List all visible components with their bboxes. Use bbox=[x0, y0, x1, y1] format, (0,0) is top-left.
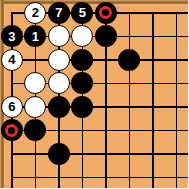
move-number: 4 bbox=[8, 53, 15, 66]
grid-line-v bbox=[152, 48, 154, 72]
intersection[interactable] bbox=[118, 166, 142, 189]
grid-line-v bbox=[58, 166, 60, 189]
grid-line-v bbox=[11, 12, 13, 25]
intersection[interactable] bbox=[141, 119, 165, 143]
grid-line-v bbox=[176, 25, 178, 49]
intersection[interactable] bbox=[141, 25, 165, 49]
grid-line-v bbox=[152, 142, 154, 166]
black-stone bbox=[24, 119, 46, 141]
move-number: 6 bbox=[8, 100, 15, 113]
grid-line-v bbox=[105, 142, 107, 166]
intersection[interactable] bbox=[141, 142, 165, 166]
intersection[interactable] bbox=[24, 48, 48, 72]
black-stone bbox=[95, 25, 117, 47]
grid-line-v bbox=[35, 48, 37, 72]
intersection[interactable] bbox=[71, 142, 95, 166]
grid-line-v bbox=[176, 72, 178, 96]
white-stone bbox=[48, 72, 70, 94]
white-stone bbox=[48, 49, 70, 71]
intersection[interactable] bbox=[24, 142, 48, 166]
grid-line-v bbox=[82, 119, 84, 143]
grid-line-v bbox=[58, 119, 60, 143]
grid-line-v bbox=[11, 166, 13, 189]
intersection[interactable] bbox=[0, 166, 24, 189]
circle-marker-icon bbox=[99, 6, 112, 19]
grid-line-v bbox=[105, 95, 107, 119]
intersection[interactable] bbox=[47, 48, 71, 72]
grid-line-v bbox=[35, 142, 37, 166]
intersection[interactable] bbox=[141, 166, 165, 189]
black-stone bbox=[48, 143, 70, 165]
move-number: 7 bbox=[55, 6, 62, 19]
grid-line-v bbox=[176, 12, 178, 25]
intersection[interactable] bbox=[118, 95, 142, 119]
grid-line-v bbox=[105, 166, 107, 189]
move-number: 3 bbox=[8, 30, 15, 43]
intersection[interactable]: 4 bbox=[0, 48, 24, 72]
intersection[interactable] bbox=[165, 25, 189, 49]
intersection[interactable] bbox=[94, 166, 118, 189]
grid-line-v bbox=[82, 142, 84, 166]
grid-line-v bbox=[129, 95, 131, 119]
intersection[interactable] bbox=[141, 95, 165, 119]
grid-line-v bbox=[129, 142, 131, 166]
black-stone bbox=[71, 96, 93, 118]
white-stone: 4 bbox=[1, 49, 23, 71]
intersection[interactable]: 1 bbox=[24, 25, 48, 49]
grid-line-h bbox=[11, 177, 24, 179]
black-stone: 7 bbox=[48, 2, 70, 24]
intersection[interactable] bbox=[24, 72, 48, 96]
intersection[interactable] bbox=[0, 119, 24, 143]
intersection[interactable] bbox=[118, 72, 142, 96]
grid-line-v bbox=[105, 48, 107, 72]
intersection[interactable] bbox=[118, 25, 142, 49]
intersection[interactable] bbox=[47, 72, 71, 96]
grid-line-v bbox=[129, 119, 131, 143]
intersection[interactable] bbox=[94, 25, 118, 49]
grid-line-v bbox=[105, 119, 107, 143]
intersection[interactable] bbox=[0, 142, 24, 166]
grid-line-v bbox=[129, 25, 131, 49]
circle-marker-icon bbox=[5, 124, 18, 137]
grid-line-v bbox=[11, 142, 13, 166]
black-stone bbox=[48, 96, 70, 118]
black-stone bbox=[71, 72, 93, 94]
intersection[interactable] bbox=[24, 119, 48, 143]
grid-line-v bbox=[176, 119, 178, 143]
intersection[interactable] bbox=[165, 119, 189, 143]
intersection[interactable] bbox=[165, 72, 189, 96]
grid-line-v bbox=[82, 166, 84, 189]
grid-line-v bbox=[152, 12, 154, 25]
grid-line-v bbox=[129, 166, 131, 189]
intersection[interactable] bbox=[47, 119, 71, 143]
grid-line-v bbox=[176, 95, 178, 119]
white-stone: 2 bbox=[24, 2, 46, 24]
go-board: 2753146 bbox=[0, 1, 188, 188]
intersection[interactable]: 3 bbox=[0, 25, 24, 49]
intersection[interactable] bbox=[141, 48, 165, 72]
grid-line-v bbox=[152, 25, 154, 49]
grid-line-h bbox=[11, 83, 24, 85]
intersection[interactable] bbox=[24, 166, 48, 189]
intersection[interactable] bbox=[118, 48, 142, 72]
grid-line-v bbox=[152, 72, 154, 96]
intersection[interactable] bbox=[165, 1, 189, 25]
go-diagram: 2753146 bbox=[0, 0, 188, 188]
grid-line-v bbox=[11, 72, 13, 96]
intersection[interactable]: 7 bbox=[47, 1, 71, 25]
white-stone bbox=[24, 72, 46, 94]
grid-line-v bbox=[105, 72, 107, 96]
intersection[interactable] bbox=[94, 142, 118, 166]
intersection[interactable] bbox=[0, 72, 24, 96]
move-number: 1 bbox=[32, 30, 39, 43]
grid-line-v bbox=[152, 119, 154, 143]
intersection[interactable] bbox=[94, 72, 118, 96]
black-stone bbox=[118, 49, 140, 71]
move-number: 2 bbox=[32, 6, 39, 19]
intersection[interactable]: 6 bbox=[0, 95, 24, 119]
grid-line-v bbox=[176, 142, 178, 166]
intersection[interactable] bbox=[94, 95, 118, 119]
white-stone bbox=[71, 25, 93, 47]
black-stone bbox=[95, 2, 117, 24]
black-stone bbox=[1, 119, 23, 141]
intersection[interactable] bbox=[165, 48, 189, 72]
move-number: 5 bbox=[79, 6, 86, 19]
grid-line-v bbox=[152, 95, 154, 119]
intersection[interactable]: 5 bbox=[71, 1, 95, 25]
intersection[interactable] bbox=[141, 1, 165, 25]
grid-line-v bbox=[129, 12, 131, 25]
intersection[interactable] bbox=[47, 25, 71, 49]
black-stone: 3 bbox=[1, 25, 23, 47]
intersection[interactable] bbox=[94, 48, 118, 72]
grid-line-v bbox=[152, 166, 154, 189]
grid-line-v bbox=[176, 166, 178, 189]
intersection[interactable] bbox=[24, 95, 48, 119]
intersection[interactable] bbox=[165, 166, 189, 189]
white-stone bbox=[48, 25, 70, 47]
black-stone bbox=[71, 49, 93, 71]
intersection[interactable] bbox=[94, 1, 118, 25]
white-stone bbox=[24, 96, 46, 118]
intersection[interactable] bbox=[94, 119, 118, 143]
intersection[interactable] bbox=[141, 72, 165, 96]
intersection[interactable] bbox=[47, 166, 71, 189]
black-stone: 5 bbox=[71, 2, 93, 24]
grid-line-h bbox=[11, 12, 24, 14]
intersection[interactable] bbox=[71, 119, 95, 143]
intersection[interactable] bbox=[118, 142, 142, 166]
white-stone: 6 bbox=[1, 96, 23, 118]
intersection[interactable] bbox=[71, 95, 95, 119]
intersection[interactable] bbox=[71, 72, 95, 96]
intersection[interactable] bbox=[0, 1, 24, 25]
intersection[interactable]: 2 bbox=[24, 1, 48, 25]
intersection[interactable] bbox=[71, 25, 95, 49]
intersection[interactable] bbox=[47, 95, 71, 119]
grid-line-h bbox=[11, 153, 24, 155]
grid-line-v bbox=[129, 72, 131, 96]
intersection[interactable] bbox=[47, 142, 71, 166]
intersection[interactable] bbox=[71, 48, 95, 72]
intersection[interactable] bbox=[71, 166, 95, 189]
intersection[interactable] bbox=[118, 1, 142, 25]
intersection[interactable] bbox=[118, 119, 142, 143]
intersection[interactable] bbox=[165, 95, 189, 119]
grid-line-v bbox=[176, 48, 178, 72]
black-stone: 1 bbox=[24, 25, 46, 47]
grid-line-v bbox=[35, 166, 37, 189]
intersection[interactable] bbox=[165, 142, 189, 166]
